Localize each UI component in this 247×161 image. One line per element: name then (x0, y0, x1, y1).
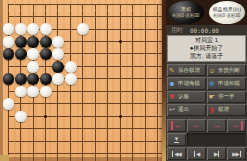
board-cell-4-7[interactable] (40, 73, 52, 85)
board-cell-11-7[interactable] (127, 73, 139, 85)
board-cell-12-5[interactable] (139, 48, 151, 60)
board-cell-6-4[interactable] (64, 36, 76, 48)
board-cell-2-12[interactable] (15, 135, 27, 147)
board-cell-5-7[interactable] (52, 73, 64, 85)
black-stone (15, 36, 27, 48)
board-cell-7-10[interactable] (77, 110, 89, 122)
side-panel: 黑棋 时间0 读秒30 棋盘精灵(白) 时间0 读秒30 用时 00:00:00… (166, 0, 247, 161)
go-board[interactable] (0, 0, 166, 161)
board-cell-12-12[interactable] (139, 135, 151, 147)
board-cell-7-11[interactable] (77, 123, 89, 135)
board-cell-10-3[interactable] (114, 23, 126, 35)
board-cell-10-7[interactable] (114, 73, 126, 85)
board-cell-10-2[interactable] (114, 11, 126, 23)
board-cell-2-3[interactable] (15, 23, 27, 35)
board-cell-12-9[interactable] (139, 98, 151, 110)
board-cell-8-10[interactable] (89, 110, 101, 122)
white-stone (3, 36, 15, 48)
board-corner-edge (0, 155, 9, 161)
board-cell-10-1[interactable] (114, 0, 126, 11)
board-cell-3-4[interactable] (27, 36, 39, 48)
board-cell-3-1[interactable] (27, 0, 39, 11)
pass-button[interactable]: ☛停一手 (207, 91, 246, 103)
board-cell-6-5[interactable] (64, 48, 76, 60)
exit-icon: ↩ (168, 106, 176, 113)
record-button[interactable]: ▮棋谱 (207, 104, 246, 116)
board-cell-5-9[interactable] (52, 98, 64, 110)
board-cell-10-12[interactable] (114, 135, 126, 147)
white-stone (15, 111, 27, 123)
move-nav-bar: ←←→→ (166, 118, 247, 133)
black-stone (40, 36, 52, 48)
face-icon: ☺ (208, 67, 216, 74)
white-player-stone: 棋盘精灵(白) 时间0 读秒30 (209, 1, 245, 24)
white-stone (27, 23, 39, 35)
board-cell-7-7[interactable] (77, 73, 89, 85)
board-cell-4-4[interactable] (40, 36, 52, 48)
rewind-icon: ◀◀ (172, 151, 180, 157)
white-stone (65, 73, 77, 85)
board-cell-12-1[interactable] (139, 0, 151, 11)
white-stone (15, 86, 27, 98)
board-cell-12-2[interactable] (139, 11, 151, 23)
board-cell-9-12[interactable] (102, 135, 114, 147)
white-stone (3, 23, 15, 35)
board-cell-6-2[interactable] (64, 11, 76, 23)
black-stone (27, 36, 39, 48)
board-cell-3-10[interactable] (27, 110, 39, 122)
board-cell-5-4[interactable] (52, 36, 64, 48)
board-cell-2-2[interactable] (15, 11, 27, 23)
board-cell-3-12[interactable] (27, 135, 39, 147)
pass-button-label: 停一手 (218, 93, 235, 100)
globe-icon: ⊕ (208, 80, 216, 87)
board-cell-5-1[interactable] (52, 0, 64, 11)
board-cell-3-11[interactable] (27, 123, 39, 135)
board-cell-2-8[interactable] (15, 85, 27, 97)
board-cell-12-4[interactable] (139, 36, 151, 48)
board-cell-6-7[interactable] (64, 73, 76, 85)
board-cell-11-9[interactable] (127, 98, 139, 110)
board-cell-3-2[interactable] (27, 11, 39, 23)
undo-request-button-label: 申请悔棋 (178, 80, 200, 87)
game-timer-bar: 用时 00:00:00 (166, 25, 247, 35)
resign-button-label: 认输 (178, 93, 189, 100)
board-cell-6-10[interactable] (64, 110, 76, 122)
board-cell-11-11[interactable] (127, 123, 139, 135)
board-cell-12-11[interactable] (139, 123, 151, 135)
message-room: 对局室 1 (195, 37, 218, 44)
save-record-button-label: 保存棋谱 (178, 67, 200, 74)
down-to-bar-icon: ▼ (174, 136, 180, 143)
first-move-arrow-icon: ← (171, 121, 183, 130)
black-stone (3, 48, 15, 60)
go-client-window: 黑棋 时间0 读秒30 棋盘精灵(白) 时间0 读秒30 用时 00:00:00… (0, 0, 247, 161)
board-cell-8-4[interactable] (89, 36, 101, 48)
board-cell-12-7[interactable] (139, 73, 151, 85)
white-stone (77, 23, 89, 35)
record-button-label: 棋谱 (218, 106, 229, 113)
next-move-button[interactable]: → (207, 119, 226, 132)
board-cell-4-11[interactable] (40, 123, 52, 135)
white-stone (52, 48, 64, 60)
player-info-bar: 黑棋 时间0 读秒30 棋盘精灵(白) 时间0 读秒30 (166, 0, 247, 25)
board-cell-11-4[interactable] (127, 36, 139, 48)
board-cell-4-8[interactable] (40, 85, 52, 97)
black-stone (15, 73, 27, 85)
board-cell-11-12[interactable] (127, 135, 139, 147)
board-cell-6-3[interactable] (64, 23, 76, 35)
board-cell-5-6[interactable] (52, 60, 64, 72)
last-move-button[interactable]: → (227, 119, 246, 132)
white-stone (40, 23, 52, 35)
board-cell-10-4[interactable] (114, 36, 126, 48)
board-cell-11-3[interactable] (127, 23, 139, 35)
board-cell-9-9[interactable] (102, 98, 114, 110)
board-cell-3-6[interactable] (27, 60, 39, 72)
board-cell-2-6[interactable] (15, 60, 27, 72)
board-cell-12-6[interactable] (139, 60, 151, 72)
first-move-button[interactable]: ← (167, 119, 186, 132)
board-cell-1-6[interactable] (2, 60, 14, 72)
white-stone (27, 86, 39, 98)
timer-value: 00:00:00 (190, 27, 219, 34)
prev-move-button[interactable]: ← (187, 119, 206, 132)
board-cell-6-6[interactable] (64, 60, 76, 72)
board-cell-5-3[interactable] (52, 23, 64, 35)
board-cell-8-3[interactable] (89, 23, 101, 35)
white-stone (52, 73, 64, 85)
board-cell-8-7[interactable] (89, 73, 101, 85)
black-stone (40, 48, 52, 60)
black-player-time: 时间0 读秒30 (173, 13, 200, 18)
book-icon: ▮ (208, 106, 216, 113)
message-box: 对局室 1 ●棋局开始了 黑方, 请落子 (167, 35, 246, 62)
draw-request-button-label: 申请和棋 (218, 80, 240, 87)
hand-icon: ☛ (208, 93, 216, 100)
board-cell-8-8[interactable] (89, 85, 101, 97)
white-stone (27, 48, 39, 60)
board-cell-6-8[interactable] (64, 85, 76, 97)
fast-forward-button[interactable]: ▶▶ (227, 147, 246, 160)
rewind-button[interactable]: ◀◀ (167, 147, 186, 160)
board-cell-10-10[interactable] (114, 110, 126, 122)
board-cell-4-5[interactable] (40, 48, 52, 60)
white-stone (40, 86, 52, 98)
black-stone (27, 73, 39, 85)
board-cell-3-9[interactable] (27, 98, 39, 110)
black-stone (3, 73, 15, 85)
board-cell-9-3[interactable] (102, 23, 114, 35)
step-forward-button[interactable]: ▶ (207, 147, 226, 160)
board-cell-2-11[interactable] (15, 123, 27, 135)
board-cell-3-8[interactable] (27, 85, 39, 97)
board-cell-12-8[interactable] (139, 85, 151, 97)
resign-button[interactable]: ✖认输 (167, 91, 206, 103)
estimate-button[interactable]: ☺形势判断 (207, 64, 246, 76)
timer-label: 用时 (171, 26, 183, 35)
board-grid (2, 0, 166, 161)
board-cell-7-4[interactable] (77, 36, 89, 48)
board-cell-9-1[interactable] (102, 0, 114, 11)
step-forward-icon: ▶ (214, 151, 219, 157)
board-cell-2-1[interactable] (15, 0, 27, 11)
board-cell-1-9[interactable] (2, 98, 14, 110)
white-stone (3, 98, 15, 110)
board-cell-1-11[interactable] (2, 123, 14, 135)
board-cell-9-8[interactable] (102, 85, 114, 97)
board-cell-10-11[interactable] (114, 123, 126, 135)
black-stone (15, 48, 27, 60)
close-icon: ✖ (168, 93, 176, 100)
jump-to-end-button[interactable]: ▼ (167, 133, 186, 146)
board-cell-11-8[interactable] (127, 85, 139, 97)
note-icon: ✎ (168, 67, 176, 74)
playback-bar: ◀◀◀▶▶▶ (166, 146, 247, 161)
action-button-grid: ✎保存棋谱☺形势判断☻申请悔棋⊕申请和棋✖认输☛停一手↩退出▮棋谱 (166, 62, 247, 118)
panel-recess (187, 133, 246, 146)
exit-button-label: 退出 (178, 106, 189, 113)
board-bottom-edge (0, 157, 166, 161)
board-cell-3-7[interactable] (27, 73, 39, 85)
board-cell-11-5[interactable] (127, 48, 139, 60)
board-cell-9-10[interactable] (102, 110, 114, 122)
board-cell-1-8[interactable] (2, 85, 14, 97)
board-cell-2-7[interactable] (15, 73, 27, 85)
board-cell-11-1[interactable] (127, 0, 139, 11)
board-cell-11-2[interactable] (127, 11, 139, 23)
last-move-arrow-icon: → (231, 121, 243, 130)
step-back-icon: ◀ (194, 151, 199, 157)
board-cell-7-3[interactable] (77, 23, 89, 35)
board-cell-5-8[interactable] (52, 85, 64, 97)
board-cell-5-12[interactable] (52, 135, 64, 147)
board-cell-11-6[interactable] (127, 60, 139, 72)
board-cell-8-5[interactable] (89, 48, 101, 60)
board-cell-9-11[interactable] (102, 123, 114, 135)
draw-request-button[interactable]: ⊕申请和棋 (207, 77, 246, 89)
person-icon: ☻ (168, 80, 176, 87)
board-cell-3-5[interactable] (27, 48, 39, 60)
board-cell-1-12[interactable] (2, 135, 14, 147)
message-turn: 黑方, 请落子 (190, 53, 223, 60)
board-cell-4-10[interactable] (40, 110, 52, 122)
undo-request-button[interactable]: ☻申请悔棋 (167, 77, 206, 89)
board-cell-8-6[interactable] (89, 60, 101, 72)
board-cell-4-1[interactable] (40, 0, 52, 11)
board-cell-7-12[interactable] (77, 135, 89, 147)
board-cell-1-5[interactable] (2, 48, 14, 60)
jump-row: ▼ (166, 133, 247, 146)
board-cell-1-3[interactable] (2, 23, 14, 35)
fast-forward-icon: ▶▶ (232, 151, 240, 157)
board-cell-5-10[interactable] (52, 110, 64, 122)
board-cell-5-11[interactable] (52, 123, 64, 135)
board-cell-8-12[interactable] (89, 135, 101, 147)
board-cell-2-5[interactable] (15, 48, 27, 60)
board-cell-1-4[interactable] (2, 36, 14, 48)
board-cell-7-5[interactable] (77, 48, 89, 60)
board-cell-6-1[interactable] (64, 0, 76, 11)
board-cell-2-4[interactable] (15, 36, 27, 48)
board-cell-7-2[interactable] (77, 11, 89, 23)
board-cell-2-10[interactable] (15, 110, 27, 122)
board-cell-5-5[interactable] (52, 48, 64, 60)
board-cell-6-9[interactable] (64, 98, 76, 110)
board-cell-4-6[interactable] (40, 60, 52, 72)
board-cell-9-7[interactable] (102, 73, 114, 85)
board-cell-6-11[interactable] (64, 123, 76, 135)
board-cell-1-7[interactable] (2, 73, 14, 85)
board-cell-11-10[interactable] (127, 110, 139, 122)
board-cell-2-9[interactable] (15, 98, 27, 110)
board-cell-9-2[interactable] (102, 11, 114, 23)
board-cell-10-6[interactable] (114, 60, 126, 72)
save-record-button[interactable]: ✎保存棋谱 (167, 64, 206, 76)
board-cell-10-5[interactable] (114, 48, 126, 60)
white-stone (27, 61, 39, 73)
white-stone (52, 36, 64, 48)
board-cell-8-1[interactable] (89, 0, 101, 11)
board-cell-4-3[interactable] (40, 23, 52, 35)
message-start: ●棋局开始了 (190, 45, 224, 52)
black-player-stone: 黑棋 时间0 读秒30 (168, 1, 204, 24)
board-cell-8-2[interactable] (89, 11, 101, 23)
estimate-button-label: 形势判断 (218, 67, 240, 74)
board-cell-7-9[interactable] (77, 98, 89, 110)
board-cell-10-8[interactable] (114, 85, 126, 97)
board-cell-7-6[interactable] (77, 60, 89, 72)
prev-move-arrow-icon: ← (192, 121, 201, 130)
black-stone (52, 61, 64, 73)
board-cell-12-10[interactable] (139, 110, 151, 122)
board-cell-1-2[interactable] (2, 11, 14, 23)
black-stone (40, 73, 52, 85)
board-cell-8-11[interactable] (89, 123, 101, 135)
board-cell-6-12[interactable] (64, 135, 76, 147)
board-cell-9-6[interactable] (102, 60, 114, 72)
exit-button[interactable]: ↩退出 (167, 104, 206, 116)
board-cell-4-9[interactable] (40, 98, 52, 110)
board-cell-9-4[interactable] (102, 36, 114, 48)
board-cell-7-8[interactable] (77, 85, 89, 97)
board-cell-9-5[interactable] (102, 48, 114, 60)
step-back-button[interactable]: ◀ (187, 147, 206, 160)
board-cell-12-3[interactable] (139, 23, 151, 35)
board-cell-7-1[interactable] (77, 0, 89, 11)
board-cell-1-1[interactable] (2, 0, 14, 11)
board-cell-10-9[interactable] (114, 98, 126, 110)
white-stone (65, 61, 77, 73)
board-cell-1-10[interactable] (2, 110, 14, 122)
board-cell-4-12[interactable] (40, 135, 52, 147)
board-cell-4-2[interactable] (40, 11, 52, 23)
board-cell-8-9[interactable] (89, 98, 101, 110)
white-stone (15, 23, 27, 35)
board-cell-5-2[interactable] (52, 11, 64, 23)
white-player-time: 时间0 读秒30 (214, 13, 241, 18)
next-move-arrow-icon: → (212, 121, 221, 130)
board-cell-3-3[interactable] (27, 23, 39, 35)
